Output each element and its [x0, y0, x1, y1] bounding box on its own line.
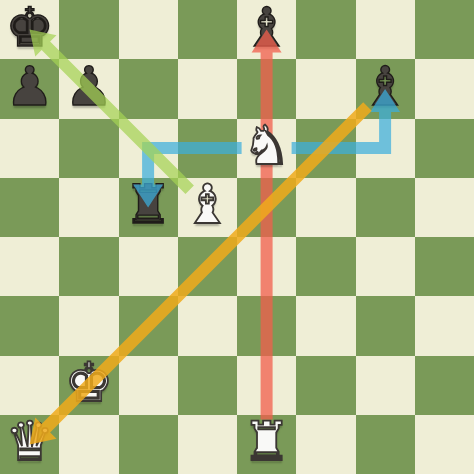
square-c4[interactable]	[119, 237, 178, 296]
square-g8[interactable]	[356, 0, 415, 59]
square-a7[interactable]: ♟	[0, 59, 59, 118]
piece-white-bishop-d5[interactable]: ♝	[183, 178, 231, 232]
square-c8[interactable]	[119, 0, 178, 59]
square-g4[interactable]	[356, 237, 415, 296]
square-g7[interactable]: ♝	[356, 59, 415, 118]
square-b8[interactable]	[59, 0, 118, 59]
square-d8[interactable]	[178, 0, 237, 59]
square-c3[interactable]	[119, 296, 178, 355]
square-a2[interactable]	[0, 356, 59, 415]
square-e1[interactable]: ♜	[237, 415, 296, 474]
square-c6[interactable]	[119, 119, 178, 178]
square-g1[interactable]	[356, 415, 415, 474]
square-f1[interactable]	[296, 415, 355, 474]
square-f7[interactable]	[296, 59, 355, 118]
square-a3[interactable]	[0, 296, 59, 355]
square-h8[interactable]	[415, 0, 474, 59]
square-g5[interactable]	[356, 178, 415, 237]
square-b7[interactable]: ♟	[59, 59, 118, 118]
square-d6[interactable]	[178, 119, 237, 178]
square-d2[interactable]	[178, 356, 237, 415]
square-g3[interactable]	[356, 296, 415, 355]
square-b5[interactable]	[59, 178, 118, 237]
square-g6[interactable]	[356, 119, 415, 178]
square-e4[interactable]	[237, 237, 296, 296]
piece-black-bishop-g7[interactable]: ♝	[361, 60, 409, 114]
square-f4[interactable]	[296, 237, 355, 296]
square-a4[interactable]	[0, 237, 59, 296]
square-e6[interactable]: ♞	[237, 119, 296, 178]
square-h1[interactable]	[415, 415, 474, 474]
square-b1[interactable]	[59, 415, 118, 474]
square-c2[interactable]	[119, 356, 178, 415]
piece-black-king-a8[interactable]: ♚	[5, 1, 53, 55]
square-h2[interactable]	[415, 356, 474, 415]
square-e3[interactable]	[237, 296, 296, 355]
piece-white-king-b2[interactable]: ♚	[65, 356, 113, 410]
square-h7[interactable]	[415, 59, 474, 118]
square-a5[interactable]	[0, 178, 59, 237]
square-b6[interactable]	[59, 119, 118, 178]
square-f8[interactable]	[296, 0, 355, 59]
square-h6[interactable]	[415, 119, 474, 178]
square-f5[interactable]	[296, 178, 355, 237]
square-h4[interactable]	[415, 237, 474, 296]
square-b3[interactable]	[59, 296, 118, 355]
piece-black-pawn-b7[interactable]: ♟	[65, 60, 113, 114]
square-f6[interactable]	[296, 119, 355, 178]
piece-black-rook-c5[interactable]: ♜	[124, 178, 172, 232]
square-d3[interactable]	[178, 296, 237, 355]
square-a8[interactable]: ♚	[0, 0, 59, 59]
square-f2[interactable]	[296, 356, 355, 415]
square-d7[interactable]	[178, 59, 237, 118]
square-e7[interactable]	[237, 59, 296, 118]
square-f3[interactable]	[296, 296, 355, 355]
square-c7[interactable]	[119, 59, 178, 118]
chess-board-window: ♚♝♟♟♝♞♜♝♚♛♜	[0, 0, 474, 474]
square-e5[interactable]	[237, 178, 296, 237]
square-c5[interactable]: ♜	[119, 178, 178, 237]
piece-white-knight-e6[interactable]: ♞	[242, 119, 290, 173]
piece-white-queen-a1[interactable]: ♛	[5, 415, 53, 469]
square-e8[interactable]: ♝	[237, 0, 296, 59]
piece-white-rook-e1[interactable]: ♜	[242, 415, 290, 469]
square-h3[interactable]	[415, 296, 474, 355]
square-h5[interactable]	[415, 178, 474, 237]
square-a1[interactable]: ♛	[0, 415, 59, 474]
square-b2[interactable]: ♚	[59, 356, 118, 415]
square-c1[interactable]	[119, 415, 178, 474]
square-e2[interactable]	[237, 356, 296, 415]
square-b4[interactable]	[59, 237, 118, 296]
square-a6[interactable]	[0, 119, 59, 178]
chess-board: ♚♝♟♟♝♞♜♝♚♛♜	[0, 0, 474, 474]
square-d5[interactable]: ♝	[178, 178, 237, 237]
piece-black-bishop-e8[interactable]: ♝	[242, 1, 290, 55]
square-d4[interactable]	[178, 237, 237, 296]
piece-black-pawn-a7[interactable]: ♟	[5, 60, 53, 114]
square-g2[interactable]	[356, 356, 415, 415]
square-d1[interactable]	[178, 415, 237, 474]
